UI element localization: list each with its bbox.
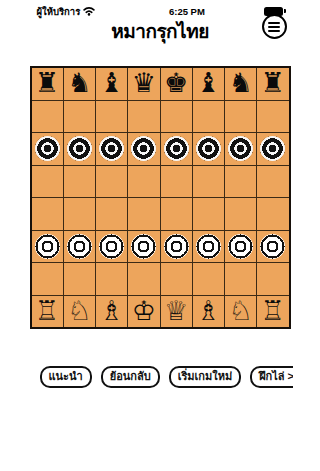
clock-label: 6:25 PM [169,6,205,17]
square-f2[interactable] [193,263,224,295]
board: ♜♞♝♛♚♝♞♜♖♘♗♔♕♗♘♖ [30,66,291,329]
piece-white-bia-pawn[interactable] [228,234,253,259]
square-e1[interactable]: ♕ [161,296,192,328]
square-g1[interactable]: ♘ [225,296,256,328]
piece-black-rua-boat[interactable]: ♜ [261,69,285,96]
piece-white-rua-boat[interactable]: ♖ [35,297,59,324]
piece-black-khun-king[interactable]: ♚ [164,69,188,96]
square-a8[interactable]: ♜ [32,68,63,100]
piece-white-bia-pawn[interactable] [260,234,285,259]
square-a7[interactable] [32,101,63,133]
square-f7[interactable] [193,101,224,133]
page-title: หมากรุกไทย [28,20,293,44]
square-g4[interactable] [225,198,256,230]
square-b8[interactable]: ♞ [64,68,95,100]
hint-button[interactable]: แนะนำ [40,366,92,388]
square-c1[interactable]: ♗ [96,296,127,328]
square-g7[interactable] [225,101,256,133]
square-f5[interactable] [193,166,224,198]
square-a1[interactable]: ♖ [32,296,63,328]
square-a5[interactable] [32,166,63,198]
square-f3[interactable] [193,231,224,263]
piece-white-khon-noble[interactable]: ♗ [196,297,220,324]
nav-header: หมากรุกไทย [28,20,293,46]
toolbar: แนะนำ ย้อนกลับ เริ่มเกมใหม่ ฝึกไล่ >> [28,366,293,388]
piece-black-bia-pawn[interactable] [131,136,156,161]
piece-white-bia-pawn[interactable] [196,234,221,259]
square-e4[interactable] [161,198,192,230]
piece-white-bia-pawn[interactable] [67,234,92,259]
hamburger-icon [268,22,280,24]
square-c6[interactable] [96,133,127,165]
new-game-button[interactable]: เริ่มเกมใหม่ [169,366,241,388]
square-a4[interactable] [32,198,63,230]
square-h3[interactable] [257,231,288,263]
square-b5[interactable] [64,166,95,198]
square-g2[interactable] [225,263,256,295]
square-g5[interactable] [225,166,256,198]
square-d5[interactable] [128,166,159,198]
square-c4[interactable] [96,198,127,230]
piece-black-bia-pawn[interactable] [67,136,92,161]
piece-black-ma-horse[interactable]: ♞ [67,69,91,96]
square-a2[interactable] [32,263,63,295]
square-a3[interactable] [32,231,63,263]
square-g3[interactable] [225,231,256,263]
piece-black-bia-pawn[interactable] [99,136,124,161]
square-g8[interactable]: ♞ [225,68,256,100]
square-h7[interactable] [257,101,288,133]
square-h1[interactable]: ♖ [257,296,288,328]
square-d2[interactable] [128,263,159,295]
square-d8[interactable]: ♛ [128,68,159,100]
square-b7[interactable] [64,101,95,133]
piece-black-khon-noble[interactable]: ♝ [196,69,220,96]
square-h5[interactable] [257,166,288,198]
square-e6[interactable] [161,133,192,165]
app-screen: ผู้ให้บริการ 6:25 PM หมากรุกไทย ♜♞♝♛♚♝♞♜… [28,0,293,471]
square-b1[interactable]: ♘ [64,296,95,328]
square-h6[interactable] [257,133,288,165]
piece-black-ma-horse[interactable]: ♞ [229,69,253,96]
square-c7[interactable] [96,101,127,133]
piece-white-bia-pawn[interactable] [164,234,189,259]
piece-black-bia-pawn[interactable] [196,136,221,161]
square-d6[interactable] [128,133,159,165]
square-c5[interactable] [96,166,127,198]
square-f1[interactable]: ♗ [193,296,224,328]
square-e3[interactable] [161,231,192,263]
carrier-label: ผู้ให้บริการ [37,4,81,19]
square-b3[interactable] [64,231,95,263]
square-h8[interactable]: ♜ [257,68,288,100]
piece-white-met-queen[interactable]: ♕ [164,297,188,324]
square-h4[interactable] [257,198,288,230]
practice-endgame-button[interactable]: ฝึกไล่ >> [250,366,292,388]
square-g6[interactable] [225,133,256,165]
undo-button[interactable]: ย้อนกลับ [101,366,160,388]
piece-black-met-queen[interactable]: ♛ [132,69,156,96]
square-f8[interactable]: ♝ [193,68,224,100]
square-e7[interactable] [161,101,192,133]
square-e5[interactable] [161,166,192,198]
piece-white-bia-pawn[interactable] [99,234,124,259]
square-b4[interactable] [64,198,95,230]
piece-black-rua-boat[interactable]: ♜ [35,69,59,96]
piece-black-bia-pawn[interactable] [164,136,189,161]
piece-white-bia-pawn[interactable] [35,234,60,259]
square-e2[interactable] [161,263,192,295]
square-f6[interactable] [193,133,224,165]
wifi-icon [83,6,95,16]
piece-black-khon-noble[interactable]: ♝ [100,69,124,96]
square-e8[interactable]: ♚ [161,68,192,100]
square-d7[interactable] [128,101,159,133]
piece-white-rua-boat[interactable]: ♖ [261,297,285,324]
square-d3[interactable] [128,231,159,263]
square-b6[interactable] [64,133,95,165]
piece-white-khon-noble[interactable]: ♗ [100,297,124,324]
piece-black-bia-pawn[interactable] [228,136,253,161]
square-c8[interactable]: ♝ [96,68,127,100]
piece-white-ma-horse[interactable]: ♘ [67,297,91,324]
square-h2[interactable] [257,263,288,295]
square-f4[interactable] [193,198,224,230]
status-bar: ผู้ให้บริการ 6:25 PM [28,0,293,20]
piece-white-ma-horse[interactable]: ♘ [229,297,253,324]
square-d1[interactable]: ♔ [128,296,159,328]
piece-black-bia-pawn[interactable] [35,136,60,161]
square-c2[interactable] [96,263,127,295]
square-b2[interactable] [64,263,95,295]
square-d4[interactable] [128,198,159,230]
hamburger-menu-button[interactable] [262,14,287,39]
piece-white-bia-pawn[interactable] [131,234,156,259]
piece-black-bia-pawn[interactable] [260,136,285,161]
square-c3[interactable] [96,231,127,263]
piece-white-khun-king[interactable]: ♔ [132,297,156,324]
square-a6[interactable] [32,133,63,165]
